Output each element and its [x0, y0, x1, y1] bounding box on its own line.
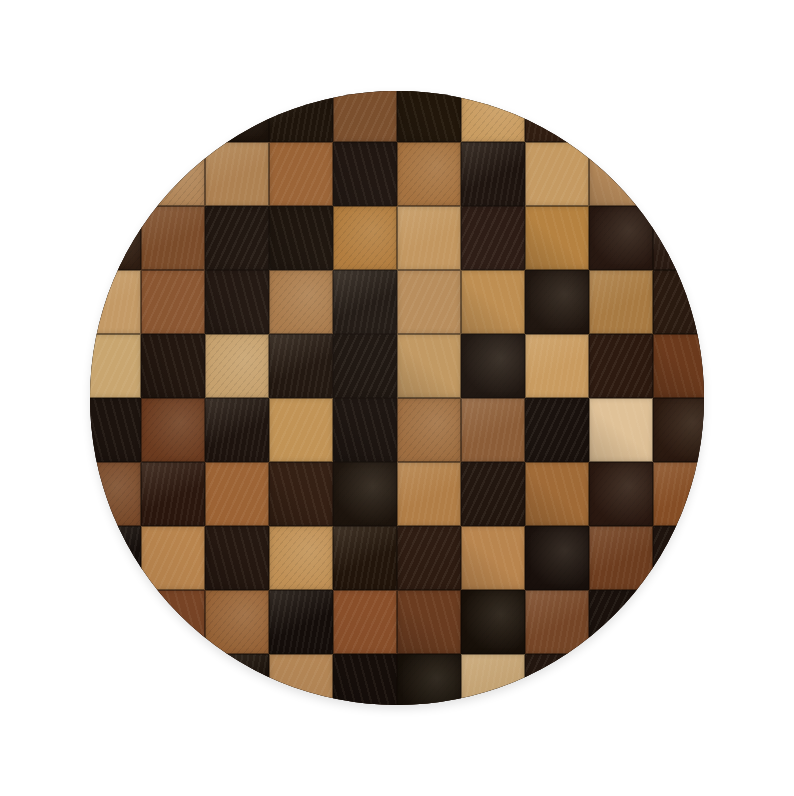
board-cell	[333, 91, 397, 142]
board-cell	[333, 206, 397, 270]
board-cell	[141, 270, 205, 334]
board-cell	[589, 334, 653, 398]
board-cell	[461, 398, 525, 462]
board-cell	[90, 334, 141, 398]
board-cell	[90, 398, 141, 462]
board-cell-outside	[653, 142, 704, 206]
board-cell	[269, 142, 333, 206]
board-cell	[269, 334, 333, 398]
board-cell	[205, 462, 269, 526]
board-cell	[589, 142, 653, 206]
board-cell	[525, 334, 589, 398]
board-cell	[141, 526, 205, 590]
board-cell	[461, 142, 525, 206]
board-cell	[525, 526, 589, 590]
board-cell	[653, 270, 704, 334]
board-cell	[525, 654, 589, 705]
board-cell	[397, 91, 461, 142]
board-cell	[589, 590, 653, 654]
board-cell	[205, 270, 269, 334]
board-cell	[141, 206, 205, 270]
photo-page	[0, 0, 794, 796]
board-cell	[589, 270, 653, 334]
board-cell	[397, 462, 461, 526]
board-cell	[397, 590, 461, 654]
board-cell	[397, 142, 461, 206]
board-cell	[141, 590, 205, 654]
board-cell	[333, 142, 397, 206]
board-cell	[90, 462, 141, 526]
board-cell	[461, 334, 525, 398]
board-cell	[461, 462, 525, 526]
board-cell-outside	[90, 654, 141, 705]
board-cell	[205, 526, 269, 590]
board-cell-outside	[653, 654, 704, 705]
board-cell	[653, 462, 704, 526]
board-cell	[525, 270, 589, 334]
board-cell	[461, 270, 525, 334]
board-cell	[333, 334, 397, 398]
board-cell	[461, 206, 525, 270]
board-cell	[461, 590, 525, 654]
board-cell-outside	[90, 142, 141, 206]
board-cell	[589, 462, 653, 526]
board-cell	[333, 270, 397, 334]
board-cell	[269, 462, 333, 526]
board-cell-outside	[90, 590, 141, 654]
checkerboard-grid	[90, 91, 704, 705]
board-cell	[525, 462, 589, 526]
board-cell	[653, 398, 704, 462]
board-cell	[397, 526, 461, 590]
board-cell	[269, 590, 333, 654]
board-cell	[525, 398, 589, 462]
board-cell	[205, 206, 269, 270]
board-cell	[141, 398, 205, 462]
board-cell	[269, 654, 333, 705]
board-cell-outside	[589, 654, 653, 705]
board-cell	[333, 526, 397, 590]
board-cell	[269, 526, 333, 590]
board-cell	[90, 270, 141, 334]
board-cell	[141, 462, 205, 526]
board-cell	[205, 654, 269, 705]
board-cell	[333, 654, 397, 705]
board-cell	[397, 654, 461, 705]
board-cell	[205, 91, 269, 142]
board-cell	[589, 206, 653, 270]
board-cell-outside	[141, 91, 205, 142]
board-cell	[525, 590, 589, 654]
board-cell	[141, 142, 205, 206]
board-cell	[141, 334, 205, 398]
board-cell	[205, 142, 269, 206]
board-cell	[269, 270, 333, 334]
board-cell	[653, 334, 704, 398]
board-cell	[397, 334, 461, 398]
board-cell	[525, 91, 589, 142]
board-cell	[269, 206, 333, 270]
board-cell	[205, 590, 269, 654]
board-cell	[397, 398, 461, 462]
board-cell	[461, 91, 525, 142]
board-cell	[205, 398, 269, 462]
board-cell	[653, 206, 704, 270]
board-cell	[90, 526, 141, 590]
board-cell	[333, 398, 397, 462]
board-cell-outside	[589, 91, 653, 142]
board-cell	[269, 398, 333, 462]
board-cell	[333, 590, 397, 654]
board-cell	[653, 526, 704, 590]
board-cell	[525, 206, 589, 270]
board-cell	[90, 206, 141, 270]
board-cell-outside	[141, 654, 205, 705]
board-cell-outside	[90, 91, 141, 142]
board-cell	[397, 206, 461, 270]
board-cell	[461, 654, 525, 705]
board-cell	[589, 398, 653, 462]
board-cell	[333, 462, 397, 526]
board-cell	[461, 526, 525, 590]
board-cell-outside	[653, 590, 704, 654]
board-cell-outside	[653, 91, 704, 142]
board-cell	[589, 526, 653, 590]
board-cell	[525, 142, 589, 206]
board-cell	[269, 91, 333, 142]
board-cell	[397, 270, 461, 334]
patchwork-rug-board	[90, 91, 704, 705]
board-cell	[205, 334, 269, 398]
